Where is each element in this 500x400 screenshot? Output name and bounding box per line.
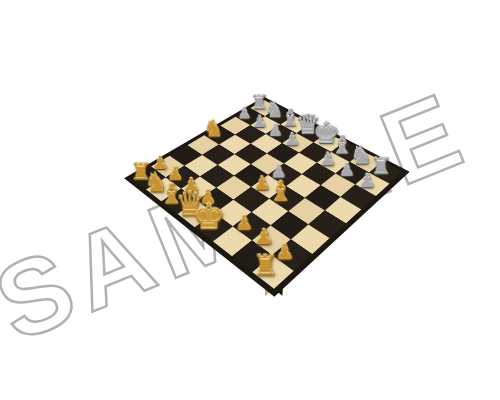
piece-silver-pawn: ♟ (354, 172, 379, 191)
product-photo: SAMPLE ♜♞♝♛♚♝♞♜♟♟♟♟♟♟♟♞♟♟♝♟♟♟♟♟♟♟♜♞♝♛♚♜ (0, 0, 500, 400)
chessboard-scene: ♜♞♝♛♚♝♞♜♟♟♟♟♟♟♟♞♟♟♝♟♟♟♟♟♟♟♜♞♝♛♚♜ (0, 0, 500, 400)
piece-gold-rook: ♜ (250, 252, 280, 280)
piece-gold-knight: ♞ (202, 117, 224, 140)
piece-silver-pawn: ♟ (281, 131, 303, 148)
piece-gold-king: ♚ (193, 198, 220, 234)
piece-gold-bishop: ♝ (268, 178, 294, 206)
chessboard: ♜♞♝♛♚♝♞♜♟♟♟♟♟♟♟♞♟♟♝♟♟♟♟♟♟♟♜♞♝♛♚♜ (124, 97, 410, 297)
